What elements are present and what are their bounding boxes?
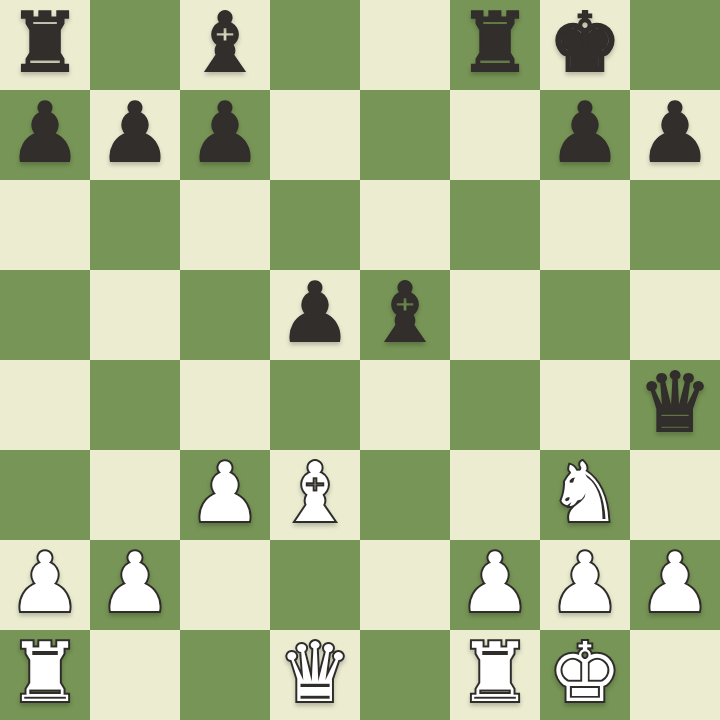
square-d7[interactable] xyxy=(270,90,360,180)
square-b6[interactable] xyxy=(90,180,180,270)
square-d3[interactable]: ♝ xyxy=(270,450,360,540)
square-h1[interactable] xyxy=(630,630,720,720)
piece-black-bishop[interactable]: ♝ xyxy=(368,268,442,358)
square-f5[interactable] xyxy=(450,270,540,360)
square-b7[interactable]: ♟ xyxy=(90,90,180,180)
square-f1[interactable]: ♜ xyxy=(450,630,540,720)
square-c2[interactable] xyxy=(180,540,270,630)
square-d6[interactable] xyxy=(270,180,360,270)
square-d1[interactable]: ♛ xyxy=(270,630,360,720)
piece-white-pawn[interactable]: ♟ xyxy=(8,538,82,628)
square-c4[interactable] xyxy=(180,360,270,450)
square-h5[interactable] xyxy=(630,270,720,360)
piece-white-pawn[interactable]: ♟ xyxy=(638,538,712,628)
piece-black-pawn[interactable]: ♟ xyxy=(548,88,622,178)
square-a3[interactable] xyxy=(0,450,90,540)
square-g8[interactable]: ♚ xyxy=(540,0,630,90)
square-c3[interactable]: ♟ xyxy=(180,450,270,540)
piece-black-pawn[interactable]: ♟ xyxy=(638,88,712,178)
square-h4[interactable]: ♛ xyxy=(630,360,720,450)
square-a7[interactable]: ♟ xyxy=(0,90,90,180)
square-g4[interactable] xyxy=(540,360,630,450)
square-f4[interactable] xyxy=(450,360,540,450)
square-f8[interactable]: ♜ xyxy=(450,0,540,90)
square-e7[interactable] xyxy=(360,90,450,180)
square-b4[interactable] xyxy=(90,360,180,450)
piece-white-rook[interactable]: ♜ xyxy=(458,628,532,718)
square-d5[interactable]: ♟ xyxy=(270,270,360,360)
piece-white-knight[interactable]: ♞ xyxy=(548,448,622,538)
square-f3[interactable] xyxy=(450,450,540,540)
piece-white-bishop[interactable]: ♝ xyxy=(278,448,352,538)
square-h7[interactable]: ♟ xyxy=(630,90,720,180)
chess-board: ♜♝♜♚♟♟♟♟♟♟♝♛♟♝♞♟♟♟♟♟♜♛♜♚ xyxy=(0,0,720,720)
square-a4[interactable] xyxy=(0,360,90,450)
square-e8[interactable] xyxy=(360,0,450,90)
square-c1[interactable] xyxy=(180,630,270,720)
piece-white-pawn[interactable]: ♟ xyxy=(98,538,172,628)
piece-black-rook[interactable]: ♜ xyxy=(458,0,532,88)
piece-black-queen[interactable]: ♛ xyxy=(638,358,712,448)
square-e3[interactable] xyxy=(360,450,450,540)
piece-white-pawn[interactable]: ♟ xyxy=(458,538,532,628)
square-g7[interactable]: ♟ xyxy=(540,90,630,180)
square-a2[interactable]: ♟ xyxy=(0,540,90,630)
square-e4[interactable] xyxy=(360,360,450,450)
square-c6[interactable] xyxy=(180,180,270,270)
square-c8[interactable]: ♝ xyxy=(180,0,270,90)
square-c5[interactable] xyxy=(180,270,270,360)
piece-black-king[interactable]: ♚ xyxy=(548,0,622,88)
piece-black-pawn[interactable]: ♟ xyxy=(188,88,262,178)
piece-white-king[interactable]: ♚ xyxy=(548,628,622,718)
square-b3[interactable] xyxy=(90,450,180,540)
piece-black-pawn[interactable]: ♟ xyxy=(278,268,352,358)
piece-black-bishop[interactable]: ♝ xyxy=(188,0,262,88)
square-a1[interactable]: ♜ xyxy=(0,630,90,720)
square-b5[interactable] xyxy=(90,270,180,360)
square-f6[interactable] xyxy=(450,180,540,270)
square-e6[interactable] xyxy=(360,180,450,270)
piece-black-pawn[interactable]: ♟ xyxy=(8,88,82,178)
square-g3[interactable]: ♞ xyxy=(540,450,630,540)
piece-white-queen[interactable]: ♛ xyxy=(278,628,352,718)
square-g1[interactable]: ♚ xyxy=(540,630,630,720)
square-d8[interactable] xyxy=(270,0,360,90)
square-f2[interactable]: ♟ xyxy=(450,540,540,630)
square-h6[interactable] xyxy=(630,180,720,270)
square-a6[interactable] xyxy=(0,180,90,270)
square-b8[interactable] xyxy=(90,0,180,90)
square-h8[interactable] xyxy=(630,0,720,90)
square-a8[interactable]: ♜ xyxy=(0,0,90,90)
square-a5[interactable] xyxy=(0,270,90,360)
piece-white-pawn[interactable]: ♟ xyxy=(548,538,622,628)
square-d2[interactable] xyxy=(270,540,360,630)
square-h2[interactable]: ♟ xyxy=(630,540,720,630)
square-h3[interactable] xyxy=(630,450,720,540)
piece-white-rook[interactable]: ♜ xyxy=(8,628,82,718)
square-e2[interactable] xyxy=(360,540,450,630)
square-b1[interactable] xyxy=(90,630,180,720)
square-g2[interactable]: ♟ xyxy=(540,540,630,630)
piece-black-rook[interactable]: ♜ xyxy=(8,0,82,88)
piece-black-pawn[interactable]: ♟ xyxy=(98,88,172,178)
square-d4[interactable] xyxy=(270,360,360,450)
square-f7[interactable] xyxy=(450,90,540,180)
square-g6[interactable] xyxy=(540,180,630,270)
square-g5[interactable] xyxy=(540,270,630,360)
square-c7[interactable]: ♟ xyxy=(180,90,270,180)
square-b2[interactable]: ♟ xyxy=(90,540,180,630)
piece-white-pawn[interactable]: ♟ xyxy=(188,448,262,538)
square-e5[interactable]: ♝ xyxy=(360,270,450,360)
square-e1[interactable] xyxy=(360,630,450,720)
